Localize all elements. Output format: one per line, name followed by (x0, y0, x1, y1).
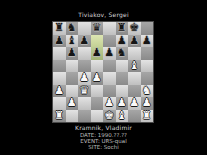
square-e2[interactable]: ♟ (103, 97, 116, 110)
square-h7[interactable]: ♟ (141, 35, 154, 48)
square-h3[interactable]: ♞ (141, 85, 154, 98)
white-pawn-e2: ♟ (104, 97, 114, 110)
square-g8[interactable]: ♚ (128, 22, 141, 35)
black-knight-b8: ♞ (67, 22, 77, 35)
square-a5[interactable] (53, 60, 66, 73)
black-pawn-a7: ♟ (54, 35, 64, 48)
square-a2[interactable] (53, 97, 66, 110)
white-king-e1: ♚ (104, 110, 114, 123)
square-a3[interactable]: ♟ (53, 85, 66, 98)
square-c6[interactable] (78, 47, 91, 60)
square-g5[interactable]: ♝ (128, 60, 141, 73)
black-rook-a8: ♜ (54, 22, 64, 35)
square-h6[interactable] (141, 47, 154, 60)
square-c4[interactable]: ♟ (78, 72, 91, 85)
square-e6[interactable]: ♟ (103, 47, 116, 60)
black-pawn-f7: ♟ (117, 35, 127, 48)
square-e7[interactable] (103, 35, 116, 48)
square-e1[interactable]: ♚ (103, 110, 116, 123)
square-f5[interactable] (116, 60, 129, 73)
square-e3[interactable] (103, 85, 116, 98)
black-pawn-b6: ♟ (67, 47, 77, 60)
square-c3[interactable]: ♛ (78, 85, 91, 98)
black-pawn-h7: ♟ (142, 35, 152, 48)
square-a4[interactable] (53, 72, 66, 85)
black-pawn-e6: ♟ (104, 47, 114, 60)
white-queen-c3: ♛ (79, 85, 89, 98)
square-h5[interactable] (141, 60, 154, 73)
square-a1[interactable]: ♜ (53, 110, 66, 123)
square-b3[interactable] (66, 85, 79, 98)
square-d5[interactable] (91, 60, 104, 73)
square-b8[interactable]: ♞ (66, 22, 79, 35)
black-knight-f6: ♞ (117, 47, 127, 60)
square-f7[interactable]: ♟ (116, 35, 129, 48)
player-name-white: Kramnik, Vladimir (0, 125, 207, 131)
square-b2[interactable]: ♟ (66, 97, 79, 110)
square-b5[interactable] (66, 60, 79, 73)
square-h4[interactable] (141, 72, 154, 85)
white-knight-h3: ♞ (142, 85, 152, 98)
square-d3[interactable] (91, 85, 104, 98)
square-c8[interactable] (78, 22, 91, 35)
square-d2[interactable] (91, 97, 104, 110)
chess-board: ♜♞♛♜♚♟♝♟♟♟♟♟♟♟♞♝♟♟♟♛♞♟♟♟♟♟♜♚♝♜ (53, 22, 153, 122)
chess-viewer: Tiviakov, Sergei ♜♞♛♜♚♟♝♟♟♟♟♟♟♟♞♝♟♟♟♛♞♟♟… (0, 0, 207, 155)
white-pawn-g2: ♟ (129, 97, 139, 110)
square-a8[interactable]: ♜ (53, 22, 66, 35)
square-e4[interactable] (103, 72, 116, 85)
square-d7[interactable] (91, 35, 104, 48)
square-f1[interactable]: ♝ (116, 110, 129, 123)
square-e8[interactable] (103, 22, 116, 35)
square-h8[interactable] (141, 22, 154, 35)
square-f3[interactable] (116, 85, 129, 98)
white-pawn-b2: ♟ (67, 97, 77, 110)
square-h1[interactable]: ♜ (141, 110, 154, 123)
white-bishop-g5: ♝ (129, 60, 139, 73)
square-d1[interactable] (91, 110, 104, 123)
square-f8[interactable]: ♜ (116, 22, 129, 35)
white-pawn-h2: ♟ (142, 97, 152, 110)
square-c2[interactable] (78, 97, 91, 110)
black-rook-f8: ♜ (117, 22, 127, 35)
black-bishop-b7: ♝ (67, 35, 77, 48)
player-name-black: Tiviakov, Sergei (0, 12, 207, 18)
square-b6[interactable]: ♟ (66, 47, 79, 60)
square-b7[interactable]: ♝ (66, 35, 79, 48)
white-pawn-d4: ♟ (92, 72, 102, 85)
black-pawn-g7: ♟ (129, 35, 139, 48)
square-d8[interactable]: ♛ (91, 22, 104, 35)
black-king-g8: ♚ (129, 22, 139, 35)
square-d4[interactable]: ♟ (91, 72, 104, 85)
black-queen-d8: ♛ (92, 22, 102, 35)
square-g7[interactable]: ♟ (128, 35, 141, 48)
black-pawn-d6: ♟ (92, 47, 102, 60)
square-g2[interactable]: ♟ (128, 97, 141, 110)
square-g3[interactable] (128, 85, 141, 98)
square-h2[interactable]: ♟ (141, 97, 154, 110)
square-f6[interactable]: ♞ (116, 47, 129, 60)
square-e5[interactable] (103, 60, 116, 73)
square-b1[interactable] (66, 110, 79, 123)
square-c1[interactable] (78, 110, 91, 123)
square-d6[interactable]: ♟ (91, 47, 104, 60)
square-f4[interactable] (116, 72, 129, 85)
square-g4[interactable] (128, 72, 141, 85)
square-c5[interactable] (78, 60, 91, 73)
square-g1[interactable] (128, 110, 141, 123)
white-pawn-a3: ♟ (54, 85, 64, 98)
square-f2[interactable]: ♟ (116, 97, 129, 110)
square-a6[interactable] (53, 47, 66, 60)
game-site: SITE: Sochi (0, 145, 207, 151)
square-c7[interactable]: ♟ (78, 35, 91, 48)
white-rook-h1: ♜ (142, 110, 152, 123)
white-pawn-c4: ♟ (79, 72, 89, 85)
square-g6[interactable] (128, 47, 141, 60)
square-b4[interactable] (66, 72, 79, 85)
white-bishop-f1: ♝ (117, 110, 127, 123)
white-pawn-f2: ♟ (117, 97, 127, 110)
black-pawn-c7: ♟ (79, 35, 89, 48)
white-rook-a1: ♜ (54, 110, 64, 123)
square-a7[interactable]: ♟ (53, 35, 66, 48)
